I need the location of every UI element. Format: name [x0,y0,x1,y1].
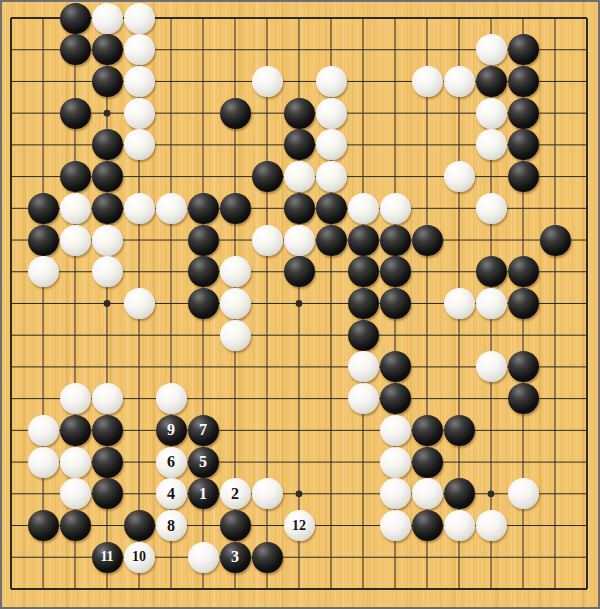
black-stone [444,415,475,446]
black-stone-move-5: 5 [188,447,219,478]
black-stone [380,288,411,319]
black-stone [284,256,315,287]
star-point [296,490,303,497]
white-stone [92,256,123,287]
white-stone [476,98,507,129]
white-stone-move-4: 4 [156,478,187,509]
black-stone [348,288,379,319]
white-stone [220,320,251,351]
white-stone [252,478,283,509]
white-stone [60,383,91,414]
black-stone [316,225,347,256]
move-number-label: 5 [199,454,207,470]
white-stone [412,66,443,97]
black-stone [92,447,123,478]
white-stone [124,288,155,319]
black-stone [60,415,91,446]
black-stone [188,225,219,256]
black-stone [92,129,123,160]
white-stone [60,225,91,256]
white-stone [284,161,315,192]
go-diagram-screenshot: 976541281211103 [0,0,600,609]
black-stone [476,66,507,97]
black-stone [348,320,379,351]
white-stone [252,225,283,256]
black-stone [252,161,283,192]
black-stone [60,510,91,541]
white-stone [92,383,123,414]
black-stone [508,351,539,382]
black-stone [92,66,123,97]
black-stone [508,256,539,287]
black-stone [508,129,539,160]
move-number-label: 7 [199,422,207,438]
white-stone [476,351,507,382]
black-stone [508,288,539,319]
black-stone-move-11: 11 [92,542,123,573]
white-stone [60,193,91,224]
black-stone [60,34,91,65]
black-stone [60,161,91,192]
move-number-label: 6 [167,454,175,470]
black-stone [220,193,251,224]
white-stone [476,288,507,319]
white-stone [444,66,475,97]
black-stone [188,288,219,319]
white-stone-move-12: 12 [284,510,315,541]
black-stone [28,510,59,541]
black-stone [508,66,539,97]
black-stone-move-7: 7 [188,415,219,446]
white-stone [124,193,155,224]
white-stone [252,66,283,97]
white-stone [124,66,155,97]
star-point [104,110,111,117]
black-stone [444,478,475,509]
black-stone [188,256,219,287]
black-stone-move-1: 1 [188,478,219,509]
white-stone [124,98,155,129]
white-stone [156,383,187,414]
black-stone [508,383,539,414]
black-stone [348,225,379,256]
white-stone [380,415,411,446]
white-stone [124,3,155,34]
black-stone [412,510,443,541]
black-stone [92,415,123,446]
white-stone [188,542,219,573]
white-stone [92,225,123,256]
white-stone [156,193,187,224]
black-stone [412,447,443,478]
white-stone [124,129,155,160]
move-number-label: 8 [167,518,175,534]
black-stone [380,383,411,414]
move-number-label: 9 [167,422,175,438]
white-stone-move-2: 2 [220,478,251,509]
black-stone [220,98,251,129]
black-stone [284,193,315,224]
white-stone [316,129,347,160]
white-stone [124,34,155,65]
white-stone [348,193,379,224]
white-stone [28,256,59,287]
white-stone [412,478,443,509]
black-stone [540,225,571,256]
black-stone [28,225,59,256]
white-stone [380,193,411,224]
white-stone [92,3,123,34]
move-number-label: 10 [132,550,146,564]
white-stone [508,478,539,509]
black-stone [28,193,59,224]
black-stone [380,225,411,256]
black-stone [380,256,411,287]
black-stone [508,98,539,129]
black-stone [348,256,379,287]
black-stone [60,98,91,129]
go-board[interactable]: 976541281211103 [0,0,600,609]
black-stone [380,351,411,382]
black-stone [284,98,315,129]
black-stone [316,193,347,224]
black-stone [124,510,155,541]
white-stone-move-10: 10 [124,542,155,573]
white-stone [28,415,59,446]
black-stone-move-9: 9 [156,415,187,446]
white-stone [316,66,347,97]
black-stone [92,34,123,65]
white-stone [476,193,507,224]
white-stone [348,383,379,414]
star-point [488,490,495,497]
white-stone [444,288,475,319]
black-stone [476,256,507,287]
white-stone [444,161,475,192]
black-stone [508,161,539,192]
white-stone [380,447,411,478]
black-stone [412,225,443,256]
black-stone [188,193,219,224]
black-stone [284,129,315,160]
move-number-label: 11 [100,550,113,564]
white-stone-move-6: 6 [156,447,187,478]
white-stone [348,351,379,382]
white-stone [60,447,91,478]
white-stone [476,34,507,65]
black-stone [508,34,539,65]
black-stone [60,3,91,34]
move-number-label: 12 [292,519,306,533]
black-stone [92,161,123,192]
black-stone [220,510,251,541]
white-stone [220,288,251,319]
white-stone [28,447,59,478]
black-stone [92,478,123,509]
move-number-label: 1 [199,486,207,502]
white-stone [316,161,347,192]
black-stone [92,193,123,224]
white-stone [284,225,315,256]
star-point [104,300,111,307]
black-stone [412,415,443,446]
white-stone [220,256,251,287]
white-stone [476,129,507,160]
white-stone [60,478,91,509]
white-stone-move-8: 8 [156,510,187,541]
move-number-label: 3 [231,549,239,565]
white-stone [380,510,411,541]
move-number-label: 4 [167,486,175,502]
white-stone [444,510,475,541]
move-number-label: 2 [231,486,239,502]
white-stone [316,98,347,129]
white-stone [380,478,411,509]
star-point [296,300,303,307]
black-stone [252,542,283,573]
black-stone-move-3: 3 [220,542,251,573]
white-stone [476,510,507,541]
